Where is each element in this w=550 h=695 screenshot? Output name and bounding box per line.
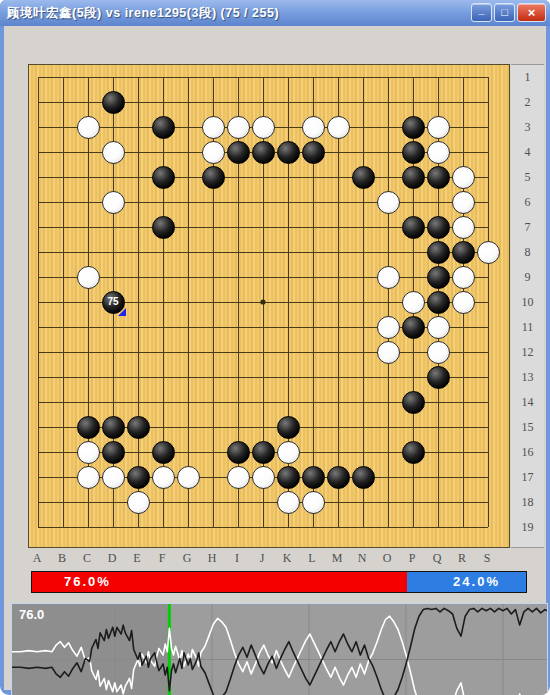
col-label-I: I (227, 550, 247, 566)
col-label-S: S (477, 550, 497, 566)
stone-white-O11[interactable] (377, 316, 400, 339)
stone-black-L17[interactable] (302, 466, 325, 489)
window-controls: _ □ × (471, 3, 546, 22)
stone-white-P10[interactable] (402, 291, 425, 314)
stone-black-Q5[interactable] (427, 166, 450, 189)
col-label-L: L (302, 550, 322, 566)
stone-white-H4[interactable] (202, 141, 225, 164)
close-button[interactable]: × (517, 3, 546, 22)
row-label-8: 8 (511, 244, 544, 260)
maximize-icon: □ (501, 6, 508, 18)
stone-black-Q8[interactable] (427, 241, 450, 264)
stone-white-K18[interactable] (277, 491, 300, 514)
stone-black-H5[interactable] (202, 166, 225, 189)
white-winrate-label: 24.0% (407, 572, 526, 592)
stone-white-D4[interactable] (102, 141, 125, 164)
col-label-H: H (202, 550, 222, 566)
col-label-P: P (402, 550, 422, 566)
row-label-15: 15 (511, 419, 544, 435)
col-label-Q: Q (427, 550, 447, 566)
stone-black-P14[interactable] (402, 391, 425, 414)
col-label-A: A (27, 550, 47, 566)
stone-black-P7[interactable] (402, 216, 425, 239)
stone-white-C9[interactable] (77, 266, 100, 289)
stone-white-Q12[interactable] (427, 341, 450, 364)
row-label-18: 18 (511, 494, 544, 510)
stone-white-K16[interactable] (277, 441, 300, 464)
row-label-4: 4 (511, 144, 544, 160)
stone-white-O12[interactable] (377, 341, 400, 364)
stone-white-C16[interactable] (77, 441, 100, 464)
stone-black-N17[interactable] (352, 466, 375, 489)
black-winrate-label: 76.0% (32, 572, 407, 592)
stone-black-M17[interactable] (327, 466, 350, 489)
client-area: 75 12345678910111213141516171819 ABCDEFG… (4, 26, 546, 690)
col-label-E: E (127, 550, 147, 566)
stone-white-R10[interactable] (452, 291, 475, 314)
stone-black-F16[interactable] (152, 441, 175, 464)
minimize-icon: _ (472, 4, 491, 14)
stone-white-S8[interactable] (477, 241, 500, 264)
row-label-11: 11 (511, 319, 544, 335)
stone-black-P11[interactable] (402, 316, 425, 339)
col-label-C: C (77, 550, 97, 566)
stone-white-R5[interactable] (452, 166, 475, 189)
row-labels: 12345678910111213141516171819 (511, 64, 544, 548)
stone-black-P3[interactable] (402, 116, 425, 139)
stone-black-K4[interactable] (277, 141, 300, 164)
stone-black-J4[interactable] (252, 141, 275, 164)
stone-white-R6[interactable] (452, 191, 475, 214)
graph-top-value: 76.0 (19, 607, 44, 622)
stone-white-L18[interactable] (302, 491, 325, 514)
stone-white-D6[interactable] (102, 191, 125, 214)
stone-black-K17[interactable] (277, 466, 300, 489)
col-label-R: R (452, 550, 472, 566)
winrate-graph-plot (12, 604, 547, 695)
stone-black-K15[interactable] (277, 416, 300, 439)
winrate-bar: 76.0% 24.0% (31, 571, 527, 593)
row-label-6: 6 (511, 194, 544, 210)
stone-black-J16[interactable] (252, 441, 275, 464)
col-label-N: N (352, 550, 372, 566)
stone-white-Q4[interactable] (427, 141, 450, 164)
stone-white-O9[interactable] (377, 266, 400, 289)
winrate-graph[interactable]: 76.0 24.0 (11, 603, 548, 695)
close-icon: × (528, 5, 536, 20)
row-label-10: 10 (511, 294, 544, 310)
stone-black-P16[interactable] (402, 441, 425, 464)
stone-black-F7[interactable] (152, 216, 175, 239)
star-point (260, 299, 265, 304)
stone-black-P5[interactable] (402, 166, 425, 189)
row-label-5: 5 (511, 169, 544, 185)
titlebar[interactable]: 顾境叶宏鑫(5段) vs irene1295(3段) (75 / 255) _ … (0, 0, 550, 26)
row-label-17: 17 (511, 469, 544, 485)
stone-black-I16[interactable] (227, 441, 250, 464)
stone-white-I17[interactable] (227, 466, 250, 489)
row-label-14: 14 (511, 394, 544, 410)
stone-black-Q13[interactable] (427, 366, 450, 389)
stone-black-D2[interactable] (102, 91, 125, 114)
stone-black-D16[interactable] (102, 441, 125, 464)
row-label-19: 19 (511, 519, 544, 535)
stone-white-O6[interactable] (377, 191, 400, 214)
row-label-9: 9 (511, 269, 544, 285)
row-label-7: 7 (511, 219, 544, 235)
stone-black-P4[interactable] (402, 141, 425, 164)
stone-black-L4[interactable] (302, 141, 325, 164)
minimize-button[interactable]: _ (471, 3, 492, 22)
stone-black-D15[interactable] (102, 416, 125, 439)
col-label-F: F (152, 550, 172, 566)
stone-black-F5[interactable] (152, 166, 175, 189)
stone-white-M3[interactable] (327, 116, 350, 139)
stone-white-L3[interactable] (302, 116, 325, 139)
white-winrate-segment: 24.0% (407, 572, 526, 592)
stone-white-R9[interactable] (452, 266, 475, 289)
row-label-3: 3 (511, 119, 544, 135)
stone-white-J3[interactable] (252, 116, 275, 139)
stone-black-R8[interactable] (452, 241, 475, 264)
stone-black-N5[interactable] (352, 166, 375, 189)
column-labels: ABCDEFGHIJKLMNOPQRS (28, 550, 510, 566)
row-label-16: 16 (511, 444, 544, 460)
last-move-number: 75 (103, 296, 124, 307)
stone-black-I4[interactable] (227, 141, 250, 164)
col-label-O: O (377, 550, 397, 566)
col-label-G: G (177, 550, 197, 566)
stone-white-D17[interactable] (102, 466, 125, 489)
stone-black-Q10[interactable] (427, 291, 450, 314)
stone-white-C3[interactable] (77, 116, 100, 139)
stone-white-F17[interactable] (152, 466, 175, 489)
stone-black-E15[interactable] (127, 416, 150, 439)
stone-white-R7[interactable] (452, 216, 475, 239)
row-label-1: 1 (511, 69, 544, 85)
col-label-M: M (327, 550, 347, 566)
stone-black-D10[interactable]: 75 (102, 291, 125, 314)
go-board[interactable]: 75 (28, 64, 510, 548)
row-label-2: 2 (511, 94, 544, 110)
row-label-12: 12 (511, 344, 544, 360)
stone-black-Q9[interactable] (427, 266, 450, 289)
stone-white-C17[interactable] (77, 466, 100, 489)
stone-white-G17[interactable] (177, 466, 200, 489)
stone-black-C15[interactable] (77, 416, 100, 439)
maximize-button[interactable]: □ (494, 3, 515, 22)
stone-white-H3[interactable] (202, 116, 225, 139)
stone-white-I3[interactable] (227, 116, 250, 139)
col-label-J: J (252, 550, 272, 566)
stone-white-J17[interactable] (252, 466, 275, 489)
window-title: 顾境叶宏鑫(5段) vs irene1295(3段) (75 / 255) (7, 5, 279, 22)
stone-white-Q11[interactable] (427, 316, 450, 339)
black-winrate-segment: 76.0% (32, 572, 407, 592)
stone-black-F3[interactable] (152, 116, 175, 139)
app-window: 顾境叶宏鑫(5段) vs irene1295(3段) (75 / 255) _ … (0, 0, 550, 695)
col-label-D: D (102, 550, 122, 566)
col-label-K: K (277, 550, 297, 566)
stone-black-Q7[interactable] (427, 216, 450, 239)
stone-white-Q3[interactable] (427, 116, 450, 139)
stone-black-E17[interactable] (127, 466, 150, 489)
stone-white-E18[interactable] (127, 491, 150, 514)
col-label-B: B (52, 550, 72, 566)
row-label-13: 13 (511, 369, 544, 385)
